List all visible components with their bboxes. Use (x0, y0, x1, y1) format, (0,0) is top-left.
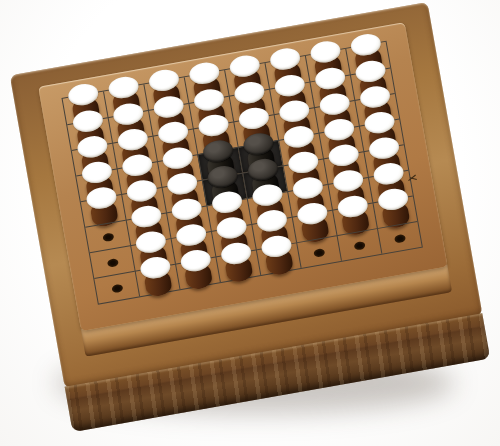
product-photo-stage (0, 0, 500, 446)
empty-hole-a8 (111, 283, 123, 293)
empty-hole-h8 (394, 233, 406, 243)
cell-d8 (215, 249, 260, 282)
cell-e8 (256, 242, 301, 275)
board-grid (61, 41, 422, 305)
empty-hole-a6 (102, 232, 114, 242)
empty-hole-g8 (353, 240, 365, 250)
cell-f8 (296, 235, 341, 268)
wooden-game-box (10, 2, 490, 432)
cell-b8 (135, 264, 180, 297)
cell-c8 (175, 257, 220, 290)
empty-hole-f8 (313, 248, 325, 258)
cell-h8 (377, 221, 422, 254)
cell-g8 (336, 228, 381, 261)
wood-scratch-mark (407, 172, 418, 182)
cell-a8 (94, 271, 139, 304)
empty-hole-a7 (106, 258, 118, 268)
